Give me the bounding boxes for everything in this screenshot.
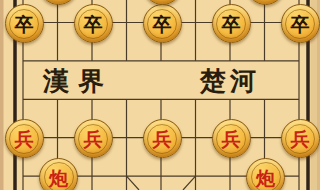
piece-red-soldier[interactable]: 兵 — [212, 119, 251, 158]
piece-character: 卒 — [153, 15, 172, 34]
piece-black-soldier[interactable]: 卒 — [281, 4, 320, 43]
piece-red-soldier[interactable]: 兵 — [5, 119, 44, 158]
piece-partial-top-edge[interactable] — [246, 0, 285, 5]
piece-character: 兵 — [15, 130, 34, 149]
piece-character: 炮 — [49, 168, 68, 187]
piece-red-soldier[interactable]: 兵 — [143, 119, 182, 158]
piece-black-soldier[interactable]: 卒 — [74, 4, 113, 43]
piece-partial-top-edge[interactable] — [39, 0, 78, 5]
piece-character: 兵 — [153, 130, 172, 149]
piece-character: 卒 — [222, 15, 241, 34]
piece-character: 卒 — [15, 15, 34, 34]
piece-red-soldier[interactable]: 兵 — [281, 119, 320, 158]
piece-black-soldier[interactable]: 卒 — [212, 4, 251, 43]
piece-partial-top-edge[interactable] — [143, 0, 182, 5]
piece-character: 卒 — [84, 15, 103, 34]
piece-character: 炮 — [256, 168, 275, 187]
piece-black-soldier[interactable]: 卒 — [5, 4, 44, 43]
pieces-layer: 卒卒卒卒卒兵兵兵兵兵炮炮 — [0, 0, 320, 190]
piece-character: 卒 — [291, 15, 310, 34]
piece-character: 兵 — [291, 130, 310, 149]
piece-red-cannon[interactable]: 炮 — [39, 158, 78, 190]
piece-character: 兵 — [222, 130, 241, 149]
piece-red-soldier[interactable]: 兵 — [74, 119, 113, 158]
xiangqi-board: 漢界 楚河 卒卒卒卒卒兵兵兵兵兵炮炮 — [0, 0, 320, 190]
piece-red-cannon[interactable]: 炮 — [246, 158, 285, 190]
piece-character: 兵 — [84, 130, 103, 149]
piece-black-soldier[interactable]: 卒 — [143, 4, 182, 43]
